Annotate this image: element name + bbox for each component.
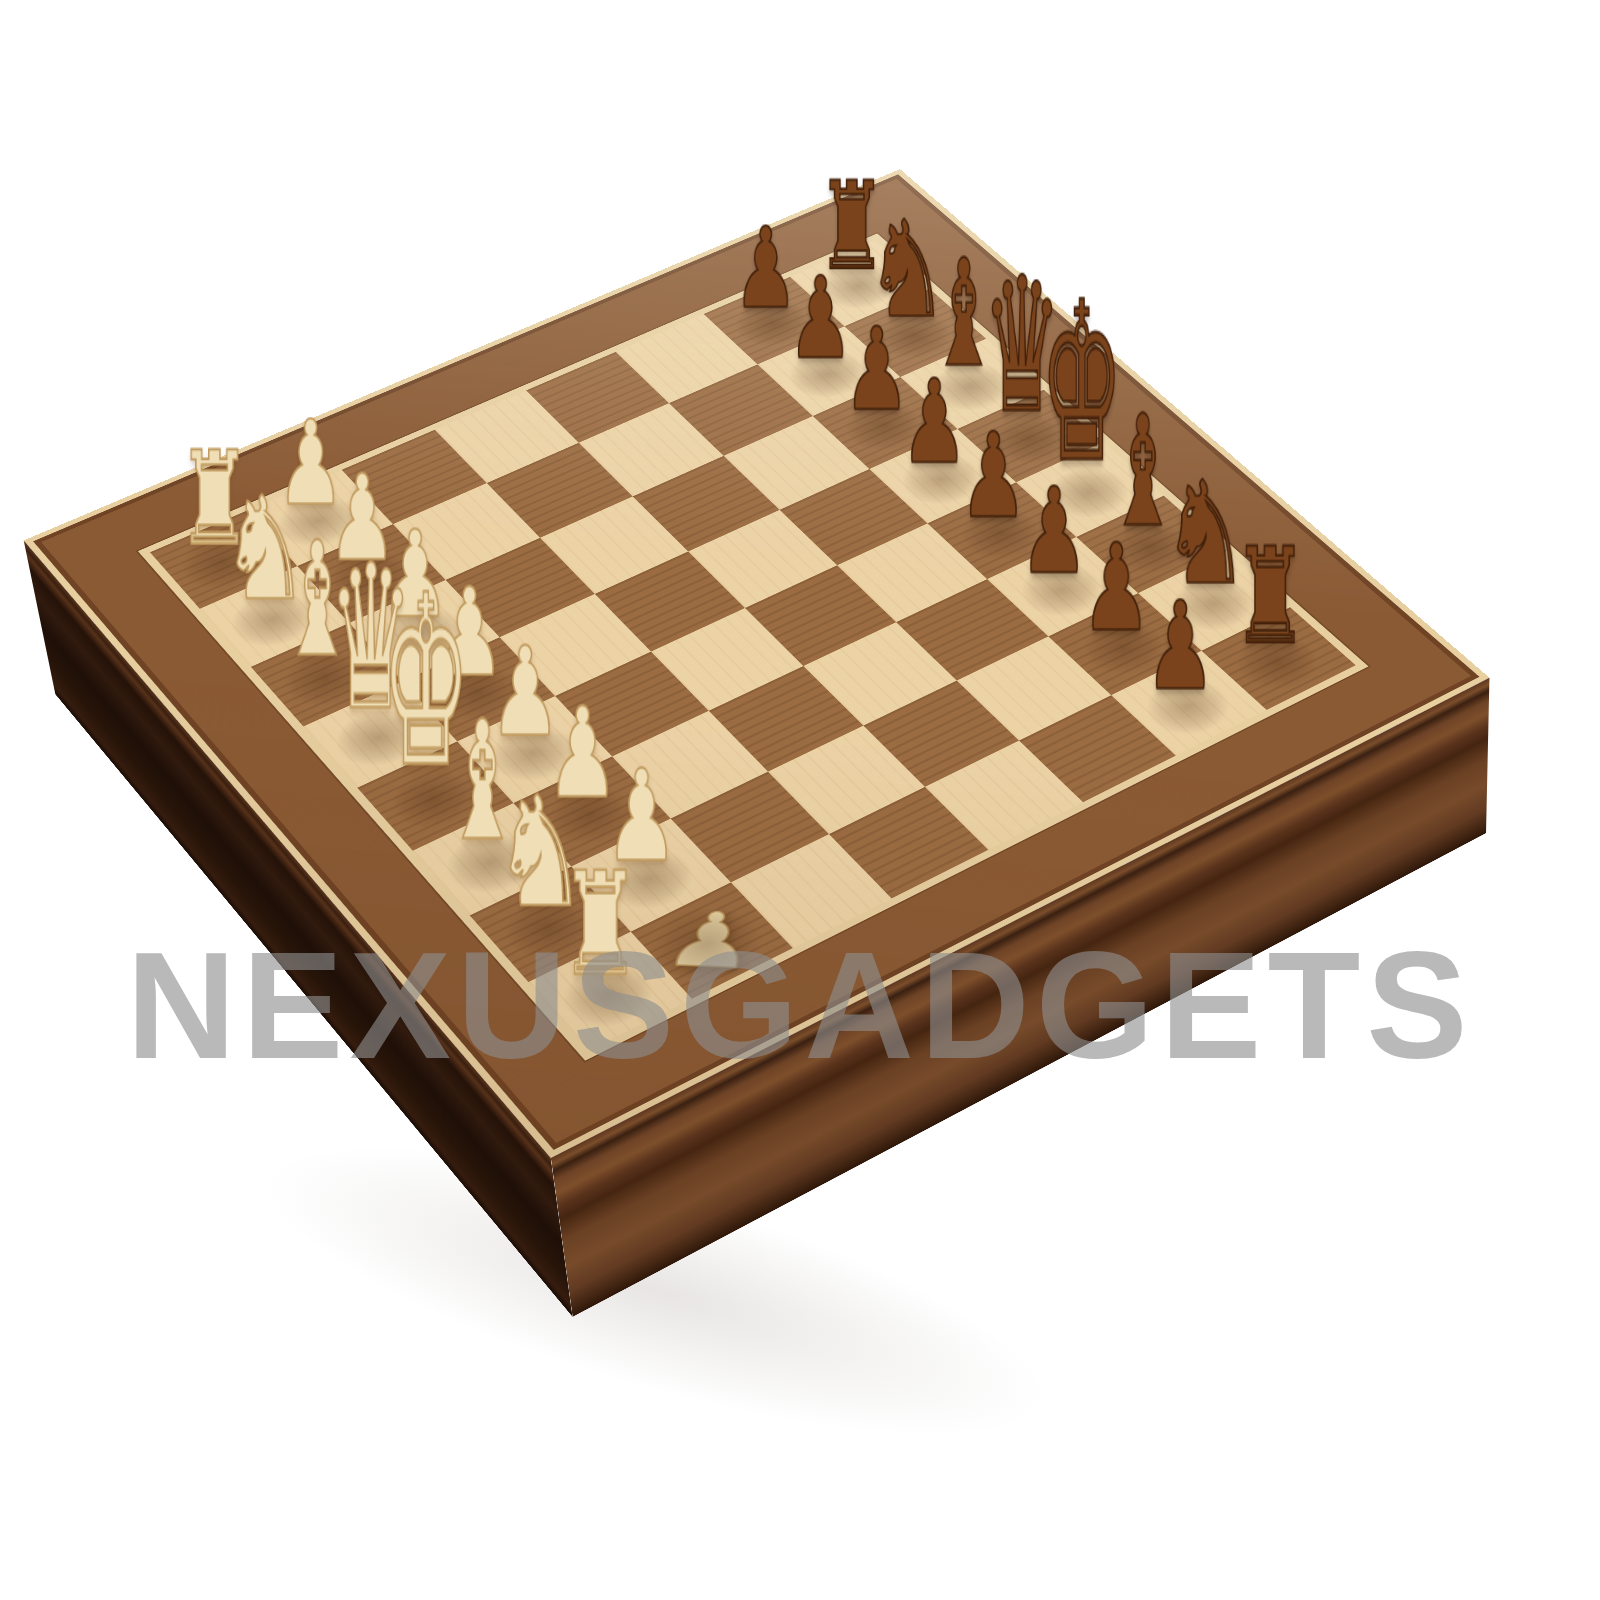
scene: ♜♞♝♛♚♝♞♜♟♟♟♟♟♟♟♟♟♟♟♟♟♟♟♟♜♞♝♛♚♝♞♜ bbox=[0, 0, 1600, 1600]
product-photo: ♜♞♝♛♚♝♞♜♟♟♟♟♟♟♟♟♟♟♟♟♟♟♟♟♜♞♝♛♚♝♞♜ NEXUSGA… bbox=[0, 0, 1600, 1600]
watermark-text: NEXUSGADGETS bbox=[0, 918, 1600, 1093]
black-pawn-glyph: ♟ bbox=[1105, 585, 1256, 707]
